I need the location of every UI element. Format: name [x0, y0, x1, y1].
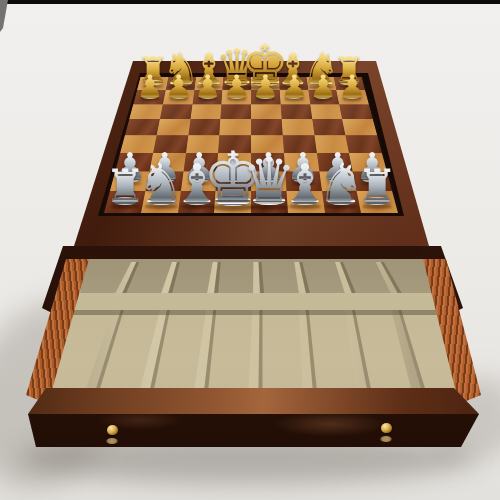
drawer-knob-left[interactable]	[107, 425, 118, 435]
piece-gold-pawn-g7[interactable]: ♟	[309, 70, 337, 101]
piece-gold-pawn-b7[interactable]: ♟	[165, 70, 193, 101]
piece-gold-pawn-d7[interactable]: ♟	[223, 70, 251, 101]
square-a5[interactable]	[125, 119, 160, 135]
square-c6[interactable]	[190, 104, 221, 119]
knob-right-reflection	[380, 436, 392, 442]
square-f5[interactable]	[281, 119, 314, 135]
piece-gold-pawn-c7[interactable]: ♟	[194, 70, 222, 101]
square-h6[interactable]	[339, 104, 372, 119]
knob-left-reflection	[106, 438, 118, 444]
backdrop-corner-sliver	[0, 0, 10, 34]
square-d6[interactable]	[221, 104, 251, 119]
square-g5[interactable]	[312, 119, 346, 135]
square-d5[interactable]	[219, 119, 251, 135]
square-a6[interactable]	[129, 104, 162, 119]
piece-silver-rook-h1[interactable]: ♜	[356, 163, 397, 209]
piece-gold-pawn-h7[interactable]: ♟	[338, 70, 366, 101]
photo-chess-set: ♜♞♝♛♚♝♞♜♟♟♟♟♟♟♟♟♟♟♟♟♟♟♟♟♜♞♝♚♛♝♞♜	[0, 0, 500, 500]
square-b6[interactable]	[160, 104, 192, 119]
piece-gold-pawn-e7[interactable]: ♟	[252, 70, 280, 101]
backdrop-top-edge	[0, 0, 500, 4]
piece-gold-pawn-f7[interactable]: ♟	[280, 70, 308, 101]
square-e6[interactable]	[251, 104, 281, 119]
drawer-knob-right[interactable]	[381, 423, 392, 433]
square-c5[interactable]	[188, 119, 221, 135]
square-h5[interactable]	[342, 119, 377, 135]
square-g6[interactable]	[310, 104, 342, 119]
square-f6[interactable]	[280, 104, 311, 119]
square-b5[interactable]	[156, 119, 190, 135]
square-e5[interactable]	[251, 119, 283, 135]
piece-gold-pawn-a7[interactable]: ♟	[136, 70, 164, 101]
